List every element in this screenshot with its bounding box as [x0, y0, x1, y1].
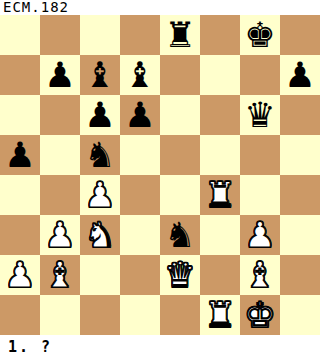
square-f8[interactable] [200, 15, 240, 55]
square-a2[interactable]: ♟ [0, 255, 40, 295]
square-a8[interactable] [0, 15, 40, 55]
chess-board: ♜♚♟♝♝♟♟♟♛♟♞♟♜♟♞♞♟♟♝♛♝♜♚ [0, 15, 320, 335]
piece-black-pawn: ♟ [124, 95, 155, 135]
square-h8[interactable] [280, 15, 320, 55]
footer-bar: 1. ? [0, 335, 320, 360]
square-e1[interactable] [160, 295, 200, 335]
piece-white-knight: ♞ [84, 215, 115, 255]
square-d5[interactable] [120, 135, 160, 175]
piece-white-pawn: ♟ [244, 215, 275, 255]
square-c3[interactable]: ♞ [80, 215, 120, 255]
piece-white-rook: ♜ [204, 295, 235, 335]
header-bar: ECM.182 [0, 0, 320, 15]
square-h5[interactable] [280, 135, 320, 175]
square-g3[interactable]: ♟ [240, 215, 280, 255]
square-f5[interactable] [200, 135, 240, 175]
piece-white-queen: ♛ [164, 255, 195, 295]
square-d4[interactable] [120, 175, 160, 215]
square-e5[interactable] [160, 135, 200, 175]
square-b8[interactable] [40, 15, 80, 55]
square-c5[interactable]: ♞ [80, 135, 120, 175]
square-f4[interactable]: ♜ [200, 175, 240, 215]
piece-black-rook: ♜ [164, 15, 195, 55]
square-e8[interactable]: ♜ [160, 15, 200, 55]
square-c1[interactable] [80, 295, 120, 335]
square-g1[interactable]: ♚ [240, 295, 280, 335]
square-b5[interactable] [40, 135, 80, 175]
square-a6[interactable] [0, 95, 40, 135]
square-h1[interactable] [280, 295, 320, 335]
square-a4[interactable] [0, 175, 40, 215]
piece-black-knight: ♞ [84, 135, 115, 175]
square-g2[interactable]: ♝ [240, 255, 280, 295]
square-h4[interactable] [280, 175, 320, 215]
square-d8[interactable] [120, 15, 160, 55]
piece-black-pawn: ♟ [4, 135, 35, 175]
square-d6[interactable]: ♟ [120, 95, 160, 135]
piece-white-pawn: ♟ [84, 175, 115, 215]
square-c8[interactable] [80, 15, 120, 55]
square-c2[interactable] [80, 255, 120, 295]
square-f3[interactable] [200, 215, 240, 255]
piece-black-bishop: ♝ [84, 55, 115, 95]
piece-white-rook: ♜ [204, 175, 235, 215]
square-c6[interactable]: ♟ [80, 95, 120, 135]
square-f1[interactable]: ♜ [200, 295, 240, 335]
piece-white-pawn: ♟ [44, 215, 75, 255]
puzzle-id: ECM.182 [3, 0, 69, 15]
square-d2[interactable] [120, 255, 160, 295]
square-b1[interactable] [40, 295, 80, 335]
square-h6[interactable] [280, 95, 320, 135]
square-d1[interactable] [120, 295, 160, 335]
square-c4[interactable]: ♟ [80, 175, 120, 215]
piece-black-king: ♚ [244, 15, 275, 55]
piece-black-bishop: ♝ [124, 55, 155, 95]
square-e2[interactable]: ♛ [160, 255, 200, 295]
square-d7[interactable]: ♝ [120, 55, 160, 95]
square-b7[interactable]: ♟ [40, 55, 80, 95]
square-f2[interactable] [200, 255, 240, 295]
piece-black-pawn: ♟ [84, 95, 115, 135]
piece-white-pawn: ♟ [4, 255, 35, 295]
square-a5[interactable]: ♟ [0, 135, 40, 175]
square-h7[interactable]: ♟ [280, 55, 320, 95]
square-g5[interactable] [240, 135, 280, 175]
piece-white-bishop: ♝ [244, 255, 275, 295]
piece-black-pawn: ♟ [284, 55, 315, 95]
piece-black-pawn: ♟ [44, 55, 75, 95]
square-b6[interactable] [40, 95, 80, 135]
square-a7[interactable] [0, 55, 40, 95]
move-prompt: 1. ? [8, 338, 52, 356]
square-h2[interactable] [280, 255, 320, 295]
piece-white-bishop: ♝ [44, 255, 75, 295]
square-g6[interactable]: ♛ [240, 95, 280, 135]
square-b4[interactable] [40, 175, 80, 215]
piece-white-king: ♚ [244, 295, 275, 335]
square-b3[interactable]: ♟ [40, 215, 80, 255]
square-f7[interactable] [200, 55, 240, 95]
square-e3[interactable]: ♞ [160, 215, 200, 255]
square-e6[interactable] [160, 95, 200, 135]
square-d3[interactable] [120, 215, 160, 255]
square-b2[interactable]: ♝ [40, 255, 80, 295]
square-c7[interactable]: ♝ [80, 55, 120, 95]
square-g8[interactable]: ♚ [240, 15, 280, 55]
square-f6[interactable] [200, 95, 240, 135]
square-h3[interactable] [280, 215, 320, 255]
square-g7[interactable] [240, 55, 280, 95]
piece-black-knight: ♞ [164, 215, 195, 255]
square-e7[interactable] [160, 55, 200, 95]
square-a1[interactable] [0, 295, 40, 335]
square-g4[interactable] [240, 175, 280, 215]
piece-black-queen: ♛ [244, 95, 275, 135]
square-a3[interactable] [0, 215, 40, 255]
square-e4[interactable] [160, 175, 200, 215]
